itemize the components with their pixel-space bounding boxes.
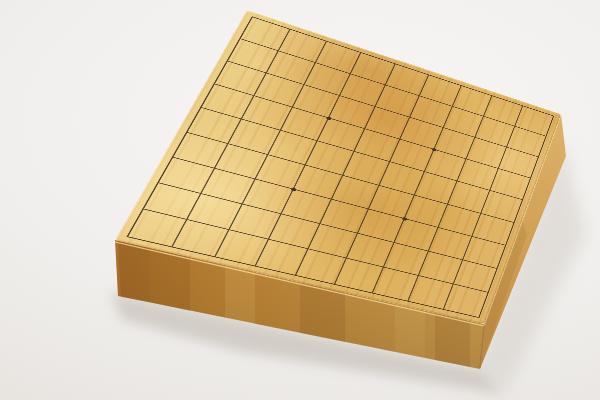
photo-background <box>0 0 600 400</box>
